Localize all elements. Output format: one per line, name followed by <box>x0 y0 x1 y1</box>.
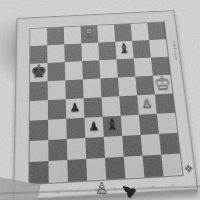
square-b5 <box>48 80 66 100</box>
square-b8 <box>47 27 64 45</box>
square-g1 <box>143 155 164 178</box>
square-h1 <box>161 154 182 177</box>
square-c3 <box>66 118 85 139</box>
square-b4 <box>48 99 66 120</box>
board-brand-text: Chircase <box>172 41 179 61</box>
piece-white-bishop: ♗ <box>83 27 96 40</box>
square-d2 <box>85 137 105 159</box>
piece-black-bishop: ♝ <box>105 117 120 133</box>
chessboard: ♗♝♚♔♟♙♟♝ abcdefgh Chircase ❖ <box>13 10 198 200</box>
square-g2 <box>141 134 162 156</box>
piece-black-king: ♚ <box>30 62 47 80</box>
square-f6 <box>117 58 136 77</box>
square-d6 <box>82 60 100 79</box>
square-g5 <box>135 76 154 96</box>
piece-black-pawn: ♟ <box>88 119 100 132</box>
square-h8 <box>147 22 166 40</box>
square-c4: ♟ <box>66 98 85 119</box>
square-e5 <box>100 78 119 98</box>
square-c6 <box>65 61 83 80</box>
square-f2 <box>122 135 142 157</box>
offboard-white-pawn: ♙ <box>95 181 108 196</box>
square-c1 <box>67 159 87 182</box>
board-grid: ♗♝♚♔♟♙♟♝ <box>28 21 183 185</box>
square-c2 <box>67 138 86 160</box>
square-b7 <box>47 44 64 63</box>
square-b3 <box>48 119 67 140</box>
square-a2 <box>30 140 49 162</box>
square-a1 <box>29 161 48 184</box>
square-d8: ♗ <box>81 26 99 44</box>
square-h4 <box>155 93 175 113</box>
square-f4 <box>119 95 139 115</box>
square-f8 <box>114 24 132 42</box>
piece-black-bishop: ♝ <box>117 42 131 56</box>
square-e1 <box>105 157 125 180</box>
square-f7: ♝ <box>115 41 133 59</box>
square-e4 <box>101 96 120 116</box>
file-label-h: h <box>171 182 174 187</box>
square-a3 <box>30 120 49 141</box>
square-b2 <box>48 139 67 161</box>
piece-black-pawn: ♟ <box>69 101 80 113</box>
piece-white-pawn: ♙ <box>141 97 153 109</box>
square-g7 <box>132 40 151 58</box>
square-e2 <box>104 136 124 158</box>
square-d4 <box>84 97 103 117</box>
square-f1 <box>124 156 145 179</box>
square-f3 <box>121 115 141 136</box>
photo-chessboard: ♗♝♚♔♟♙♟♝ abcdefgh Chircase ❖ ♙ ♟ <box>0 0 200 200</box>
square-d7 <box>81 43 99 62</box>
square-c5 <box>65 79 83 99</box>
square-a4 <box>30 100 48 121</box>
square-h5: ♔ <box>153 75 173 95</box>
square-e8 <box>97 25 115 43</box>
square-b6 <box>47 62 65 81</box>
square-a8 <box>30 28 47 46</box>
file-label-b: b <box>56 189 59 194</box>
square-c7 <box>64 44 82 63</box>
square-h7 <box>149 39 168 57</box>
piece-white-king: ♔ <box>153 74 172 93</box>
square-h2 <box>159 133 180 155</box>
file-label-a: a <box>37 190 39 195</box>
file-label-c: c <box>76 188 78 193</box>
square-a6: ♚ <box>30 63 48 82</box>
square-b1 <box>48 160 67 183</box>
file-label-g: g <box>152 184 155 189</box>
square-e7 <box>98 42 116 60</box>
square-g6 <box>134 58 153 77</box>
square-e3: ♝ <box>103 116 123 137</box>
square-g8 <box>131 23 149 41</box>
square-g4: ♙ <box>137 94 157 114</box>
square-d5 <box>83 78 102 98</box>
square-g3 <box>139 114 159 135</box>
square-d1 <box>86 158 106 181</box>
square-h3 <box>157 113 177 134</box>
square-d3: ♟ <box>84 117 103 138</box>
square-c8 <box>64 26 81 44</box>
square-f5 <box>118 77 137 97</box>
board-logo-icon: ❖ <box>183 164 194 175</box>
square-e6 <box>99 59 118 78</box>
square-a5 <box>30 81 48 101</box>
